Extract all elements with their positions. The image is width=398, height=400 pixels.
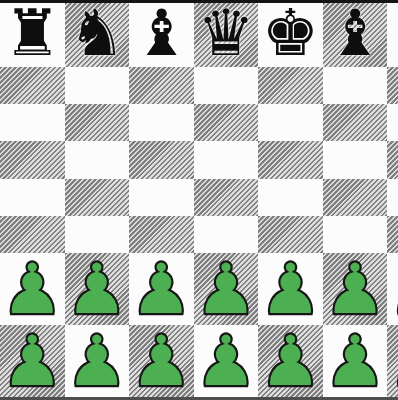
square-c2[interactable]: ♟ xyxy=(129,253,194,325)
white-pawn[interactable]: ♟ xyxy=(129,253,194,325)
square-c5[interactable] xyxy=(129,141,194,178)
square-e6[interactable] xyxy=(258,104,323,141)
square-g7[interactable] xyxy=(387,67,398,104)
square-e5[interactable] xyxy=(258,141,323,178)
black-bishop[interactable]: ♝ xyxy=(326,1,383,65)
white-pawn[interactable]: ♟ xyxy=(0,253,65,325)
square-g4[interactable] xyxy=(387,179,398,216)
square-b1[interactable]: ♟ xyxy=(65,325,130,397)
square-d6[interactable] xyxy=(194,104,259,141)
white-pawn[interactable]: ♟ xyxy=(65,253,130,325)
white-pawn[interactable]: ♟ xyxy=(258,325,323,397)
square-g8[interactable]: ♞ xyxy=(387,3,398,67)
white-pawn[interactable]: ♟ xyxy=(194,253,259,325)
black-queen[interactable]: ♛ xyxy=(197,1,254,65)
white-pawn[interactable]: ♟ xyxy=(258,253,323,325)
square-a4[interactable] xyxy=(0,179,65,216)
square-d2[interactable]: ♟ xyxy=(194,253,259,325)
white-pawn[interactable]: ♟ xyxy=(323,253,388,325)
square-d4[interactable] xyxy=(194,179,259,216)
square-a7[interactable] xyxy=(0,67,65,104)
black-king[interactable]: ♚ xyxy=(262,1,319,65)
square-e8[interactable]: ♚ xyxy=(258,3,323,67)
square-d7[interactable] xyxy=(194,67,259,104)
square-c4[interactable] xyxy=(129,179,194,216)
square-e7[interactable] xyxy=(258,67,323,104)
square-b2[interactable]: ♟ xyxy=(65,253,130,325)
square-c6[interactable] xyxy=(129,104,194,141)
white-pawn[interactable]: ♟ xyxy=(65,325,130,397)
square-b8[interactable]: ♞ xyxy=(65,3,130,67)
white-pawn[interactable]: ♟ xyxy=(194,325,259,397)
square-f4[interactable] xyxy=(323,179,388,216)
white-pawn[interactable]: ♟ xyxy=(129,325,194,397)
square-c8[interactable]: ♝ xyxy=(129,3,194,67)
square-f2[interactable]: ♟ xyxy=(323,253,388,325)
square-d5[interactable] xyxy=(194,141,259,178)
square-f8[interactable]: ♝ xyxy=(323,3,388,67)
square-d1[interactable]: ♟ xyxy=(194,325,259,397)
square-b5[interactable] xyxy=(65,141,130,178)
square-a2[interactable]: ♟ xyxy=(0,253,65,325)
square-c1[interactable]: ♟ xyxy=(129,325,194,397)
square-g2[interactable]: ♟ xyxy=(387,253,398,325)
black-knight[interactable]: ♞ xyxy=(68,1,125,65)
square-f1[interactable]: ♟ xyxy=(323,325,388,397)
square-a1[interactable]: ♟ xyxy=(0,325,65,397)
white-pawn[interactable]: ♟ xyxy=(0,325,65,397)
square-a6[interactable] xyxy=(0,104,65,141)
square-g6[interactable] xyxy=(387,104,398,141)
white-pawn[interactable]: ♟ xyxy=(323,325,388,397)
square-g1[interactable]: ♟ xyxy=(387,325,398,397)
square-a5[interactable] xyxy=(0,141,65,178)
black-knight[interactable]: ♞ xyxy=(391,1,398,65)
black-rook[interactable]: ♜ xyxy=(4,1,61,65)
square-b7[interactable] xyxy=(65,67,130,104)
chess-board: ♜♞♝♛♚♝♞♜♟♟♟♟♟♟♟♟♟♟♟♟♟♟♟♟ xyxy=(0,0,398,400)
square-g5[interactable] xyxy=(387,141,398,178)
square-f6[interactable] xyxy=(323,104,388,141)
white-pawn[interactable]: ♟ xyxy=(387,253,398,325)
square-d8[interactable]: ♛ xyxy=(194,3,259,67)
square-b4[interactable] xyxy=(65,179,130,216)
white-pawn[interactable]: ♟ xyxy=(387,325,398,397)
square-c7[interactable] xyxy=(129,67,194,104)
square-e1[interactable]: ♟ xyxy=(258,325,323,397)
square-f7[interactable] xyxy=(323,67,388,104)
square-e4[interactable] xyxy=(258,179,323,216)
square-e2[interactable]: ♟ xyxy=(258,253,323,325)
square-a8[interactable]: ♜ xyxy=(0,3,65,67)
square-f5[interactable] xyxy=(323,141,388,178)
black-bishop[interactable]: ♝ xyxy=(133,1,190,65)
square-b6[interactable] xyxy=(65,104,130,141)
